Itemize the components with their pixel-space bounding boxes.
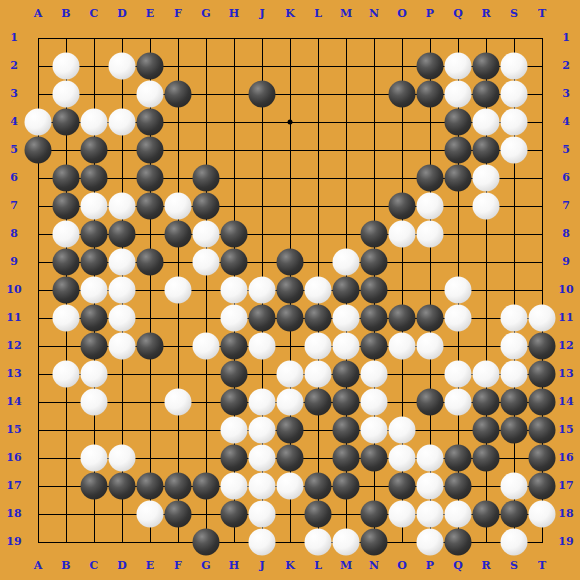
black-stone-L11 xyxy=(305,305,332,332)
white-stone-O12 xyxy=(389,333,416,360)
coord-label-right-1: 1 xyxy=(562,32,570,44)
black-stone-A5 xyxy=(25,137,52,164)
black-stone-O3 xyxy=(389,81,416,108)
white-stone-L10 xyxy=(305,277,332,304)
white-stone-P17 xyxy=(417,473,444,500)
coord-label-bottom-O: O xyxy=(397,560,407,572)
black-stone-T14 xyxy=(529,389,556,416)
coord-label-left-18: 18 xyxy=(6,508,21,520)
coord-label-bottom-G: G xyxy=(201,560,210,572)
black-stone-Q5 xyxy=(445,137,472,164)
coord-label-left-8: 8 xyxy=(10,228,18,240)
black-stone-R5 xyxy=(473,137,500,164)
coord-label-right-18: 18 xyxy=(558,508,573,520)
coord-label-top-E: E xyxy=(146,8,154,20)
coord-label-top-S: S xyxy=(510,8,518,20)
star-point-K4 xyxy=(288,120,293,125)
coord-label-top-C: C xyxy=(90,8,99,20)
coord-label-top-N: N xyxy=(369,8,379,20)
white-stone-G8 xyxy=(193,221,220,248)
black-stone-E12 xyxy=(137,333,164,360)
coord-label-top-Q: Q xyxy=(453,8,463,20)
black-stone-H13 xyxy=(221,361,248,388)
black-stone-N16 xyxy=(361,445,388,472)
black-stone-M14 xyxy=(333,389,360,416)
white-stone-L12 xyxy=(305,333,332,360)
white-stone-J10 xyxy=(249,277,276,304)
white-stone-E18 xyxy=(137,501,164,528)
coord-label-left-19: 19 xyxy=(6,536,21,548)
black-stone-N9 xyxy=(361,249,388,276)
coord-label-right-7: 7 xyxy=(562,200,570,212)
black-stone-B10 xyxy=(53,277,80,304)
black-stone-C9 xyxy=(81,249,108,276)
black-stone-S14 xyxy=(501,389,528,416)
black-stone-L14 xyxy=(305,389,332,416)
white-stone-M12 xyxy=(333,333,360,360)
black-stone-L18 xyxy=(305,501,332,528)
white-stone-C16 xyxy=(81,445,108,472)
coord-label-top-A: A xyxy=(34,8,43,20)
black-stone-E5 xyxy=(137,137,164,164)
coord-label-right-8: 8 xyxy=(562,228,570,240)
coord-label-bottom-M: M xyxy=(340,560,352,572)
go-board[interactable]: AABBCCDDEEFFGGHHJJKKLLMMNNOOPPQQRRSSTT11… xyxy=(0,0,580,580)
white-stone-D10 xyxy=(109,277,136,304)
black-stone-C6 xyxy=(81,165,108,192)
coord-label-left-2: 2 xyxy=(10,60,18,72)
black-stone-R3 xyxy=(473,81,500,108)
coord-label-right-15: 15 xyxy=(558,424,573,436)
black-stone-H9 xyxy=(221,249,248,276)
black-stone-F8 xyxy=(165,221,192,248)
black-stone-K9 xyxy=(277,249,304,276)
black-stone-B4 xyxy=(53,109,80,136)
black-stone-M17 xyxy=(333,473,360,500)
black-stone-H8 xyxy=(221,221,248,248)
white-stone-S12 xyxy=(501,333,528,360)
black-stone-C17 xyxy=(81,473,108,500)
coord-label-top-M: M xyxy=(340,8,352,20)
coord-label-top-R: R xyxy=(481,8,490,20)
white-stone-R6 xyxy=(473,165,500,192)
coord-label-top-L: L xyxy=(314,8,322,20)
black-stone-C11 xyxy=(81,305,108,332)
coord-label-left-7: 7 xyxy=(10,200,18,212)
coord-label-top-O: O xyxy=(397,8,407,20)
white-stone-J18 xyxy=(249,501,276,528)
black-stone-R16 xyxy=(473,445,500,472)
white-stone-K14 xyxy=(277,389,304,416)
white-stone-H10 xyxy=(221,277,248,304)
white-stone-K17 xyxy=(277,473,304,500)
white-stone-C13 xyxy=(81,361,108,388)
black-stone-M13 xyxy=(333,361,360,388)
coord-label-right-11: 11 xyxy=(558,312,573,324)
black-stone-C5 xyxy=(81,137,108,164)
white-stone-F10 xyxy=(165,277,192,304)
coord-label-bottom-H: H xyxy=(229,560,239,572)
coord-label-left-12: 12 xyxy=(6,340,21,352)
coord-label-bottom-R: R xyxy=(481,560,490,572)
coord-label-bottom-N: N xyxy=(369,560,379,572)
coord-label-left-5: 5 xyxy=(10,144,18,156)
white-stone-Q10 xyxy=(445,277,472,304)
white-stone-Q13 xyxy=(445,361,472,388)
black-stone-M10 xyxy=(333,277,360,304)
coord-label-right-17: 17 xyxy=(558,480,573,492)
black-stone-Q19 xyxy=(445,529,472,556)
black-stone-E17 xyxy=(137,473,164,500)
white-stone-J16 xyxy=(249,445,276,472)
black-stone-N11 xyxy=(361,305,388,332)
black-stone-H14 xyxy=(221,389,248,416)
coord-label-right-14: 14 xyxy=(558,396,573,408)
black-stone-B7 xyxy=(53,193,80,220)
black-stone-G6 xyxy=(193,165,220,192)
black-stone-Q6 xyxy=(445,165,472,192)
white-stone-O15 xyxy=(389,417,416,444)
coord-label-left-17: 17 xyxy=(6,480,21,492)
black-stone-K16 xyxy=(277,445,304,472)
black-stone-D17 xyxy=(109,473,136,500)
black-stone-O17 xyxy=(389,473,416,500)
black-stone-B9 xyxy=(53,249,80,276)
white-stone-S17 xyxy=(501,473,528,500)
black-stone-J11 xyxy=(249,305,276,332)
coord-label-left-10: 10 xyxy=(6,284,21,296)
black-stone-E6 xyxy=(137,165,164,192)
white-stone-G12 xyxy=(193,333,220,360)
white-stone-R4 xyxy=(473,109,500,136)
coord-label-top-F: F xyxy=(174,8,182,20)
white-stone-P12 xyxy=(417,333,444,360)
white-stone-J12 xyxy=(249,333,276,360)
coord-label-top-K: K xyxy=(285,8,295,20)
white-stone-Q2 xyxy=(445,53,472,80)
black-stone-G17 xyxy=(193,473,220,500)
coord-label-right-19: 19 xyxy=(558,536,573,548)
black-stone-M15 xyxy=(333,417,360,444)
white-stone-R7 xyxy=(473,193,500,220)
coord-label-bottom-A: A xyxy=(34,560,43,572)
black-stone-K10 xyxy=(277,277,304,304)
white-stone-J14 xyxy=(249,389,276,416)
coord-label-left-4: 4 xyxy=(10,116,18,128)
coord-label-top-T: T xyxy=(538,8,546,20)
white-stone-B11 xyxy=(53,305,80,332)
white-stone-M19 xyxy=(333,529,360,556)
white-stone-J15 xyxy=(249,417,276,444)
coord-label-left-6: 6 xyxy=(10,172,18,184)
white-stone-Q11 xyxy=(445,305,472,332)
coord-label-bottom-P: P xyxy=(426,560,434,572)
white-stone-J19 xyxy=(249,529,276,556)
white-stone-B3 xyxy=(53,81,80,108)
white-stone-S5 xyxy=(501,137,528,164)
black-stone-H18 xyxy=(221,501,248,528)
white-stone-Q14 xyxy=(445,389,472,416)
white-stone-T11 xyxy=(529,305,556,332)
coord-label-bottom-F: F xyxy=(174,560,182,572)
black-stone-E9 xyxy=(137,249,164,276)
white-stone-D11 xyxy=(109,305,136,332)
coord-label-right-6: 6 xyxy=(562,172,570,184)
black-stone-L17 xyxy=(305,473,332,500)
white-stone-P7 xyxy=(417,193,444,220)
coord-label-left-9: 9 xyxy=(10,256,18,268)
black-stone-H12 xyxy=(221,333,248,360)
black-stone-E2 xyxy=(137,53,164,80)
white-stone-M11 xyxy=(333,305,360,332)
black-stone-F3 xyxy=(165,81,192,108)
coord-label-right-13: 13 xyxy=(558,368,573,380)
black-stone-N8 xyxy=(361,221,388,248)
white-stone-N13 xyxy=(361,361,388,388)
white-stone-E3 xyxy=(137,81,164,108)
coord-label-right-10: 10 xyxy=(558,284,573,296)
white-stone-J17 xyxy=(249,473,276,500)
black-stone-K11 xyxy=(277,305,304,332)
coord-label-bottom-D: D xyxy=(117,560,127,572)
black-stone-Q4 xyxy=(445,109,472,136)
white-stone-S3 xyxy=(501,81,528,108)
white-stone-D2 xyxy=(109,53,136,80)
white-stone-C14 xyxy=(81,389,108,416)
coord-label-right-3: 3 xyxy=(562,88,570,100)
white-stone-O18 xyxy=(389,501,416,528)
black-stone-P14 xyxy=(417,389,444,416)
black-stone-T13 xyxy=(529,361,556,388)
white-stone-D4 xyxy=(109,109,136,136)
white-stone-S2 xyxy=(501,53,528,80)
white-stone-L19 xyxy=(305,529,332,556)
white-stone-R13 xyxy=(473,361,500,388)
black-stone-P3 xyxy=(417,81,444,108)
black-stone-N18 xyxy=(361,501,388,528)
white-stone-B8 xyxy=(53,221,80,248)
white-stone-C7 xyxy=(81,193,108,220)
black-stone-B6 xyxy=(53,165,80,192)
white-stone-Q18 xyxy=(445,501,472,528)
coord-label-right-16: 16 xyxy=(558,452,573,464)
white-stone-C4 xyxy=(81,109,108,136)
black-stone-N10 xyxy=(361,277,388,304)
black-stone-Q16 xyxy=(445,445,472,472)
coord-label-right-4: 4 xyxy=(562,116,570,128)
white-stone-P19 xyxy=(417,529,444,556)
coord-label-left-16: 16 xyxy=(6,452,21,464)
coord-label-bottom-T: T xyxy=(538,560,546,572)
white-stone-B13 xyxy=(53,361,80,388)
coord-label-bottom-S: S xyxy=(510,560,518,572)
black-stone-S15 xyxy=(501,417,528,444)
coord-label-left-3: 3 xyxy=(10,88,18,100)
black-stone-O7 xyxy=(389,193,416,220)
black-stone-F18 xyxy=(165,501,192,528)
black-stone-E7 xyxy=(137,193,164,220)
coord-label-left-13: 13 xyxy=(6,368,21,380)
white-stone-H17 xyxy=(221,473,248,500)
black-stone-M16 xyxy=(333,445,360,472)
coord-label-top-H: H xyxy=(229,8,239,20)
white-stone-D9 xyxy=(109,249,136,276)
coord-label-top-J: J xyxy=(259,8,264,20)
black-stone-D8 xyxy=(109,221,136,248)
black-stone-J3 xyxy=(249,81,276,108)
coord-label-left-11: 11 xyxy=(6,312,21,324)
white-stone-O16 xyxy=(389,445,416,472)
white-stone-F14 xyxy=(165,389,192,416)
white-stone-O8 xyxy=(389,221,416,248)
white-stone-L13 xyxy=(305,361,332,388)
black-stone-T17 xyxy=(529,473,556,500)
coord-label-bottom-Q: Q xyxy=(453,560,463,572)
black-stone-O11 xyxy=(389,305,416,332)
coord-label-right-2: 2 xyxy=(562,60,570,72)
white-stone-S19 xyxy=(501,529,528,556)
black-stone-S18 xyxy=(501,501,528,528)
black-stone-N19 xyxy=(361,529,388,556)
coord-label-left-1: 1 xyxy=(10,32,18,44)
white-stone-K13 xyxy=(277,361,304,388)
coord-label-bottom-K: K xyxy=(285,560,295,572)
black-stone-N12 xyxy=(361,333,388,360)
black-stone-P11 xyxy=(417,305,444,332)
white-stone-S13 xyxy=(501,361,528,388)
white-stone-N15 xyxy=(361,417,388,444)
white-stone-T18 xyxy=(529,501,556,528)
white-stone-P8 xyxy=(417,221,444,248)
coord-label-bottom-C: C xyxy=(90,560,99,572)
white-stone-A4 xyxy=(25,109,52,136)
black-stone-T16 xyxy=(529,445,556,472)
white-stone-Q3 xyxy=(445,81,472,108)
coord-label-bottom-B: B xyxy=(61,560,70,572)
coord-label-right-5: 5 xyxy=(562,144,570,156)
white-stone-D12 xyxy=(109,333,136,360)
black-stone-T12 xyxy=(529,333,556,360)
white-stone-F7 xyxy=(165,193,192,220)
black-stone-R18 xyxy=(473,501,500,528)
coord-label-top-P: P xyxy=(426,8,434,20)
coord-label-left-14: 14 xyxy=(6,396,21,408)
white-stone-M9 xyxy=(333,249,360,276)
black-stone-P6 xyxy=(417,165,444,192)
white-stone-N14 xyxy=(361,389,388,416)
white-stone-S4 xyxy=(501,109,528,136)
black-stone-E4 xyxy=(137,109,164,136)
black-stone-G19 xyxy=(193,529,220,556)
white-stone-H15 xyxy=(221,417,248,444)
white-stone-D7 xyxy=(109,193,136,220)
black-stone-H16 xyxy=(221,445,248,472)
coord-label-right-12: 12 xyxy=(558,340,573,352)
coord-label-bottom-E: E xyxy=(146,560,154,572)
coord-label-top-G: G xyxy=(201,8,210,20)
black-stone-F17 xyxy=(165,473,192,500)
coord-label-bottom-J: J xyxy=(259,560,264,572)
coord-label-right-9: 9 xyxy=(562,256,570,268)
black-stone-R15 xyxy=(473,417,500,444)
white-stone-H11 xyxy=(221,305,248,332)
black-stone-R14 xyxy=(473,389,500,416)
black-stone-P2 xyxy=(417,53,444,80)
black-stone-Q17 xyxy=(445,473,472,500)
black-stone-R2 xyxy=(473,53,500,80)
coord-label-top-D: D xyxy=(117,8,127,20)
black-stone-C12 xyxy=(81,333,108,360)
white-stone-G9 xyxy=(193,249,220,276)
black-stone-K15 xyxy=(277,417,304,444)
white-stone-P18 xyxy=(417,501,444,528)
white-stone-C10 xyxy=(81,277,108,304)
coord-label-left-15: 15 xyxy=(6,424,21,436)
black-stone-C8 xyxy=(81,221,108,248)
white-stone-S11 xyxy=(501,305,528,332)
black-stone-G7 xyxy=(193,193,220,220)
coord-label-bottom-L: L xyxy=(314,560,322,572)
coord-label-top-B: B xyxy=(61,8,70,20)
white-stone-P16 xyxy=(417,445,444,472)
white-stone-D16 xyxy=(109,445,136,472)
black-stone-T15 xyxy=(529,417,556,444)
white-stone-B2 xyxy=(53,53,80,80)
